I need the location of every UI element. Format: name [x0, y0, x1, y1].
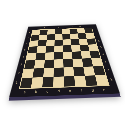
square-h1	[95, 75, 108, 85]
square-d2	[53, 67, 63, 76]
chess-board: abcdefgh abcdefgh 87654321 87654321	[9, 24, 120, 97]
square-h2	[93, 66, 105, 75]
coord-label: a	[18, 90, 30, 95]
coord-label: b	[30, 90, 42, 95]
coord-label: d	[53, 89, 64, 94]
coord-label: h	[98, 88, 110, 93]
board-shadow: abcdefgh abcdefgh 87654321 87654321	[0, 0, 125, 125]
product-photo: abcdefgh abcdefgh 87654321 87654321	[0, 0, 125, 125]
coord-label: g	[87, 88, 99, 93]
coord-label: e	[64, 89, 76, 94]
coord-label: c	[41, 89, 53, 94]
square-c2	[43, 68, 54, 77]
square-c1	[42, 77, 53, 88]
square-d1	[53, 76, 64, 87]
coord-label: f	[76, 88, 88, 93]
